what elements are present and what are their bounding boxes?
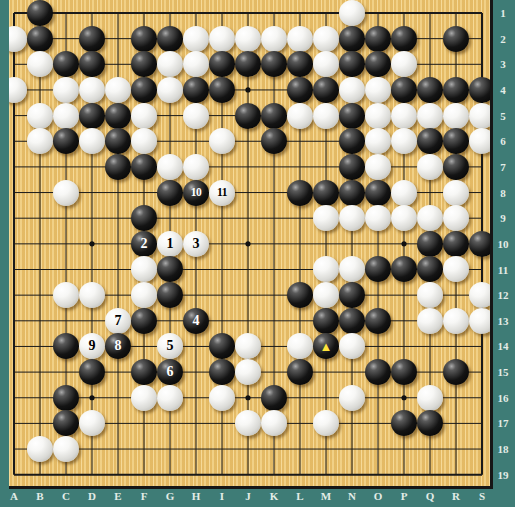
stone-black <box>313 77 339 103</box>
stone-black <box>339 282 365 308</box>
stone-white <box>235 26 261 52</box>
stone-white <box>131 103 157 129</box>
row-label-19: 19 <box>498 469 509 481</box>
stone-black <box>443 128 469 154</box>
stone-black <box>79 51 105 77</box>
row-label-7: 7 <box>500 161 506 173</box>
triangle-marker-icon: ▲ <box>320 340 333 353</box>
stone-white <box>157 154 183 180</box>
stone-white <box>131 128 157 154</box>
stone-white <box>79 410 105 436</box>
stone-white <box>9 77 27 103</box>
stone-white <box>417 385 443 411</box>
stone-black <box>339 308 365 334</box>
stone-white <box>131 256 157 282</box>
stone-black <box>183 77 209 103</box>
stone-white <box>27 51 53 77</box>
stone-white <box>313 51 339 77</box>
stone-black <box>131 308 157 334</box>
go-diagram: 101121374985▲6 ABCDEFGHIJKLMNOPQRS 12345… <box>0 0 515 507</box>
stone-white <box>209 385 235 411</box>
stone-black: 10 <box>183 180 209 206</box>
stone-white <box>79 77 105 103</box>
stone-black <box>443 77 469 103</box>
stone-white <box>183 26 209 52</box>
col-label-K: K <box>270 490 279 502</box>
col-label-J: J <box>245 490 251 502</box>
move-number: 11 <box>217 187 227 199</box>
stone-black <box>53 51 79 77</box>
stone-white <box>417 154 443 180</box>
stone-black: ▲ <box>313 333 339 359</box>
stone-white <box>261 410 287 436</box>
stone-black <box>79 103 105 129</box>
stone-black <box>417 256 443 282</box>
stone-black <box>391 256 417 282</box>
stone-white <box>53 77 79 103</box>
stone-white <box>469 103 493 129</box>
stone-white <box>443 308 469 334</box>
stone-black <box>79 359 105 385</box>
stone-white <box>53 180 79 206</box>
stone-white <box>79 128 105 154</box>
row-label-13: 13 <box>498 315 509 327</box>
stone-white: 5 <box>157 333 183 359</box>
stone-black <box>339 103 365 129</box>
stone-black <box>53 410 79 436</box>
col-label-I: I <box>220 490 224 502</box>
stone-white <box>53 282 79 308</box>
stone-black <box>235 51 261 77</box>
stone-white <box>391 103 417 129</box>
move-number: 4 <box>193 314 200 328</box>
stone-black <box>391 410 417 436</box>
col-label-E: E <box>114 490 121 502</box>
stone-white <box>443 103 469 129</box>
stone-white <box>53 103 79 129</box>
stone-white <box>287 103 313 129</box>
stone-black <box>365 308 391 334</box>
stone-black <box>235 103 261 129</box>
stone-white <box>313 205 339 231</box>
stone-white <box>391 128 417 154</box>
stone-black <box>443 231 469 257</box>
stone-white <box>105 77 131 103</box>
stone-white <box>417 205 443 231</box>
stone-black <box>443 359 469 385</box>
stone-white <box>365 128 391 154</box>
stone-black <box>417 231 443 257</box>
col-label-B: B <box>36 490 43 502</box>
row-label-5: 5 <box>500 110 506 122</box>
stone-black <box>469 77 493 103</box>
col-label-P: P <box>401 490 408 502</box>
stone-black <box>261 385 287 411</box>
stone-black: 8 <box>105 333 131 359</box>
row-label-3: 3 <box>500 58 506 70</box>
stone-black <box>287 359 313 385</box>
go-board: 101121374985▲6 <box>9 0 493 489</box>
col-label-O: O <box>374 490 383 502</box>
stone-white <box>235 333 261 359</box>
stone-black <box>365 26 391 52</box>
stone-black <box>27 26 53 52</box>
row-label-4: 4 <box>500 84 506 96</box>
col-label-D: D <box>88 490 96 502</box>
col-label-R: R <box>452 490 460 502</box>
stone-white <box>287 333 313 359</box>
col-label-N: N <box>348 490 356 502</box>
stone-black <box>417 77 443 103</box>
stone-black <box>339 128 365 154</box>
row-label-15: 15 <box>498 366 509 378</box>
stone-black <box>131 359 157 385</box>
stone-white <box>469 282 493 308</box>
stone-black <box>443 154 469 180</box>
stone-white <box>391 180 417 206</box>
stone-white <box>443 205 469 231</box>
stone-black <box>417 410 443 436</box>
stone-black <box>417 128 443 154</box>
stone-black <box>261 51 287 77</box>
stone-white <box>157 385 183 411</box>
row-label-8: 8 <box>500 187 506 199</box>
row-label-6: 6 <box>500 135 506 147</box>
stone-black <box>131 51 157 77</box>
stone-black <box>339 180 365 206</box>
row-label-18: 18 <box>498 443 509 455</box>
stone-black <box>105 154 131 180</box>
stone-black <box>391 359 417 385</box>
stone-white <box>313 103 339 129</box>
stone-white <box>235 410 261 436</box>
stone-white <box>339 0 365 26</box>
stone-black <box>79 26 105 52</box>
stone-white <box>27 103 53 129</box>
stone-black <box>209 77 235 103</box>
stone-white <box>417 103 443 129</box>
col-label-L: L <box>296 490 303 502</box>
stone-white <box>313 410 339 436</box>
stone-white <box>287 26 313 52</box>
stone-white <box>443 256 469 282</box>
stone-black <box>131 154 157 180</box>
row-label-1: 1 <box>500 7 506 19</box>
stone-black <box>391 77 417 103</box>
stone-white <box>339 205 365 231</box>
col-label-S: S <box>479 490 485 502</box>
stone-white <box>261 26 287 52</box>
stone-white <box>131 282 157 308</box>
stone-white <box>339 77 365 103</box>
row-label-9: 9 <box>500 212 506 224</box>
stone-white <box>209 26 235 52</box>
row-label-17: 17 <box>498 417 509 429</box>
row-label-12: 12 <box>498 289 509 301</box>
stone-black <box>287 180 313 206</box>
stone-white <box>235 359 261 385</box>
stone-black <box>261 103 287 129</box>
stone-white <box>157 77 183 103</box>
stone-black <box>365 359 391 385</box>
stone-black <box>469 231 493 257</box>
stone-white <box>313 282 339 308</box>
move-number: 3 <box>193 237 200 251</box>
stone-black <box>391 26 417 52</box>
stone-white <box>27 436 53 462</box>
move-number: 9 <box>89 339 96 353</box>
move-number: 5 <box>167 339 174 353</box>
stone-black <box>157 180 183 206</box>
move-number: 10 <box>191 187 202 199</box>
stone-black <box>443 26 469 52</box>
stone-black <box>261 128 287 154</box>
stone-black <box>157 256 183 282</box>
stone-white <box>365 154 391 180</box>
stone-black <box>287 77 313 103</box>
row-label-14: 14 <box>498 340 509 352</box>
stone-white <box>79 282 105 308</box>
stone-white <box>365 103 391 129</box>
stone-black <box>209 51 235 77</box>
stone-white: 7 <box>105 308 131 334</box>
stone-black <box>157 26 183 52</box>
stone-white <box>313 256 339 282</box>
stone-white: 1 <box>157 231 183 257</box>
stone-white <box>365 77 391 103</box>
stone-white <box>9 26 27 52</box>
col-label-G: G <box>166 490 175 502</box>
row-label-10: 10 <box>498 238 509 250</box>
stone-black <box>53 333 79 359</box>
stone-white <box>339 333 365 359</box>
stone-white <box>313 26 339 52</box>
stone-white: 11 <box>209 180 235 206</box>
col-label-Q: Q <box>426 490 435 502</box>
stone-black: 6 <box>157 359 183 385</box>
stone-black <box>313 308 339 334</box>
stone-white <box>469 128 493 154</box>
col-label-C: C <box>62 490 70 502</box>
stone-black <box>339 154 365 180</box>
stone-white <box>131 385 157 411</box>
stone-black <box>339 51 365 77</box>
col-label-H: H <box>192 490 201 502</box>
stone-black <box>365 256 391 282</box>
stone-white <box>365 205 391 231</box>
col-label-F: F <box>141 490 148 502</box>
stone-white <box>339 385 365 411</box>
row-label-16: 16 <box>498 392 509 404</box>
stone-black <box>27 0 53 26</box>
stone-white <box>417 308 443 334</box>
stone-black <box>105 103 131 129</box>
stone-black <box>53 128 79 154</box>
stone-black <box>365 180 391 206</box>
col-label-A: A <box>10 490 18 502</box>
stone-black <box>287 282 313 308</box>
stone-white <box>339 256 365 282</box>
stone-black <box>131 26 157 52</box>
stone-white <box>157 51 183 77</box>
stone-black <box>131 205 157 231</box>
stone-black <box>53 385 79 411</box>
move-number: 1 <box>167 237 174 251</box>
stone-black <box>339 26 365 52</box>
stone-white <box>469 308 493 334</box>
stone-white <box>27 128 53 154</box>
move-number: 6 <box>167 365 174 379</box>
stone-black <box>157 282 183 308</box>
row-label-11: 11 <box>498 264 508 276</box>
stone-black <box>209 359 235 385</box>
stone-black <box>287 51 313 77</box>
stone-black <box>105 128 131 154</box>
move-number: 2 <box>141 237 148 251</box>
stone-white <box>183 103 209 129</box>
move-number: 7 <box>115 314 122 328</box>
stone-white: 9 <box>79 333 105 359</box>
stone-black: 2 <box>131 231 157 257</box>
stone-white <box>417 282 443 308</box>
stone-white <box>183 154 209 180</box>
stone-white <box>391 51 417 77</box>
stone-white <box>183 51 209 77</box>
row-label-2: 2 <box>500 33 506 45</box>
stone-black: 4 <box>183 308 209 334</box>
stone-black <box>365 51 391 77</box>
stone-white: 3 <box>183 231 209 257</box>
col-label-M: M <box>321 490 331 502</box>
stone-black <box>131 77 157 103</box>
stone-white <box>391 205 417 231</box>
board-grid[interactable]: 101121374985▲6 <box>9 0 493 487</box>
stone-black <box>313 180 339 206</box>
stone-white <box>443 180 469 206</box>
stone-black <box>209 333 235 359</box>
stone-white <box>53 436 79 462</box>
stone-white <box>209 128 235 154</box>
move-number: 8 <box>115 339 122 353</box>
